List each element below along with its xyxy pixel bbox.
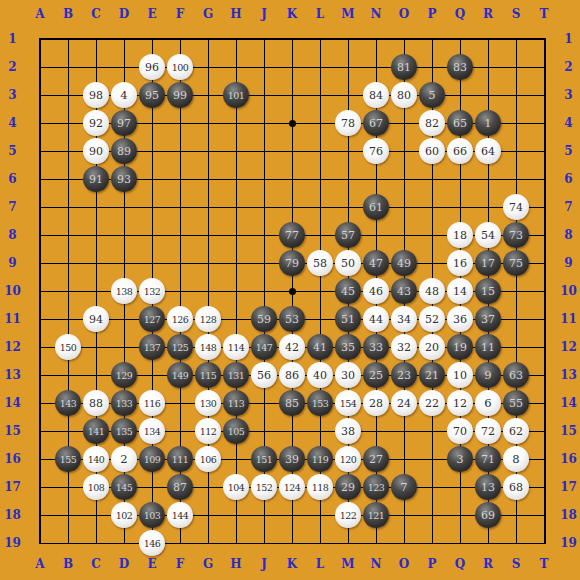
intersection-J6[interactable] [250, 165, 278, 193]
intersection-E15[interactable]: 134 [138, 417, 166, 445]
intersection-B16[interactable]: 155 [54, 445, 82, 473]
intersection-A12[interactable] [26, 333, 54, 361]
intersection-P13[interactable]: 21 [418, 361, 446, 389]
intersection-K16[interactable]: 39 [278, 445, 306, 473]
intersection-Q4[interactable]: 65 [446, 109, 474, 137]
intersection-P14[interactable]: 22 [418, 389, 446, 417]
intersection-D2[interactable] [110, 53, 138, 81]
intersection-D18[interactable]: 102 [110, 501, 138, 529]
intersection-A19[interactable] [26, 529, 54, 557]
intersection-O1[interactable] [390, 25, 418, 53]
intersection-C4[interactable]: 92 [82, 109, 110, 137]
intersection-C11[interactable]: 94 [82, 305, 110, 333]
intersection-B15[interactable] [54, 417, 82, 445]
intersection-R11[interactable]: 37 [474, 305, 502, 333]
intersection-R5[interactable]: 64 [474, 137, 502, 165]
intersection-D11[interactable] [110, 305, 138, 333]
intersection-G2[interactable] [194, 53, 222, 81]
intersection-J1[interactable] [250, 25, 278, 53]
intersection-P6[interactable] [418, 165, 446, 193]
intersection-G19[interactable] [194, 529, 222, 557]
intersection-T18[interactable] [530, 501, 558, 529]
intersection-J8[interactable] [250, 221, 278, 249]
intersection-C9[interactable] [82, 249, 110, 277]
intersection-P4[interactable]: 82 [418, 109, 446, 137]
intersection-J12[interactable]: 147 [250, 333, 278, 361]
intersection-A18[interactable] [26, 501, 54, 529]
intersection-K13[interactable]: 86 [278, 361, 306, 389]
intersection-Q13[interactable]: 10 [446, 361, 474, 389]
intersection-B19[interactable] [54, 529, 82, 557]
intersection-K4[interactable] [278, 109, 306, 137]
intersection-T13[interactable] [530, 361, 558, 389]
intersection-L6[interactable] [306, 165, 334, 193]
intersection-L19[interactable] [306, 529, 334, 557]
intersection-L11[interactable] [306, 305, 334, 333]
intersection-M13[interactable]: 30 [334, 361, 362, 389]
intersection-R9[interactable]: 17 [474, 249, 502, 277]
intersection-C10[interactable] [82, 277, 110, 305]
intersection-Q11[interactable]: 36 [446, 305, 474, 333]
intersection-F2[interactable]: 100 [166, 53, 194, 81]
intersection-G16[interactable]: 106 [194, 445, 222, 473]
intersection-M18[interactable]: 122 [334, 501, 362, 529]
intersection-T7[interactable] [530, 193, 558, 221]
intersection-T8[interactable] [530, 221, 558, 249]
intersection-H5[interactable] [222, 137, 250, 165]
intersection-K18[interactable] [278, 501, 306, 529]
intersection-M17[interactable]: 29 [334, 473, 362, 501]
intersection-T10[interactable] [530, 277, 558, 305]
intersection-M19[interactable] [334, 529, 362, 557]
intersection-R14[interactable]: 6 [474, 389, 502, 417]
intersection-F9[interactable] [166, 249, 194, 277]
intersection-N19[interactable] [362, 529, 390, 557]
intersection-M8[interactable]: 57 [334, 221, 362, 249]
intersection-L15[interactable] [306, 417, 334, 445]
intersection-R18[interactable]: 69 [474, 501, 502, 529]
intersection-J7[interactable] [250, 193, 278, 221]
intersection-G1[interactable] [194, 25, 222, 53]
intersection-S18[interactable] [502, 501, 530, 529]
intersection-O11[interactable]: 34 [390, 305, 418, 333]
intersection-D17[interactable]: 145 [110, 473, 138, 501]
intersection-E17[interactable] [138, 473, 166, 501]
intersection-H11[interactable] [222, 305, 250, 333]
intersection-K10[interactable] [278, 277, 306, 305]
intersection-D7[interactable] [110, 193, 138, 221]
intersection-L3[interactable] [306, 81, 334, 109]
intersection-M5[interactable] [334, 137, 362, 165]
intersection-P17[interactable] [418, 473, 446, 501]
intersection-A17[interactable] [26, 473, 54, 501]
intersection-C15[interactable]: 141 [82, 417, 110, 445]
intersection-C6[interactable]: 91 [82, 165, 110, 193]
intersection-C1[interactable] [82, 25, 110, 53]
intersection-N9[interactable]: 47 [362, 249, 390, 277]
intersection-L12[interactable]: 41 [306, 333, 334, 361]
intersection-G18[interactable] [194, 501, 222, 529]
intersection-Q12[interactable]: 19 [446, 333, 474, 361]
intersection-S16[interactable]: 8 [502, 445, 530, 473]
intersection-H2[interactable] [222, 53, 250, 81]
intersection-H10[interactable] [222, 277, 250, 305]
intersection-O5[interactable] [390, 137, 418, 165]
intersection-K6[interactable] [278, 165, 306, 193]
intersection-J13[interactable]: 56 [250, 361, 278, 389]
intersection-L10[interactable] [306, 277, 334, 305]
intersection-B10[interactable] [54, 277, 82, 305]
intersection-S12[interactable] [502, 333, 530, 361]
intersection-A9[interactable] [26, 249, 54, 277]
intersection-Q19[interactable] [446, 529, 474, 557]
intersection-J4[interactable] [250, 109, 278, 137]
intersection-O10[interactable]: 43 [390, 277, 418, 305]
intersection-T15[interactable] [530, 417, 558, 445]
intersection-C5[interactable]: 90 [82, 137, 110, 165]
intersection-A8[interactable] [26, 221, 54, 249]
intersection-F12[interactable]: 125 [166, 333, 194, 361]
intersection-H15[interactable]: 105 [222, 417, 250, 445]
intersection-L9[interactable]: 58 [306, 249, 334, 277]
intersection-R19[interactable] [474, 529, 502, 557]
intersection-M9[interactable]: 50 [334, 249, 362, 277]
intersection-C8[interactable] [82, 221, 110, 249]
intersection-A7[interactable] [26, 193, 54, 221]
intersection-L16[interactable]: 119 [306, 445, 334, 473]
intersection-N11[interactable]: 44 [362, 305, 390, 333]
intersection-H14[interactable]: 113 [222, 389, 250, 417]
intersection-G14[interactable]: 130 [194, 389, 222, 417]
intersection-K3[interactable] [278, 81, 306, 109]
intersection-T12[interactable] [530, 333, 558, 361]
intersection-F1[interactable] [166, 25, 194, 53]
intersection-C14[interactable]: 88 [82, 389, 110, 417]
intersection-J5[interactable] [250, 137, 278, 165]
intersection-H16[interactable] [222, 445, 250, 473]
intersection-S6[interactable] [502, 165, 530, 193]
intersection-N12[interactable]: 33 [362, 333, 390, 361]
intersection-D13[interactable]: 129 [110, 361, 138, 389]
intersection-A13[interactable] [26, 361, 54, 389]
intersection-S3[interactable] [502, 81, 530, 109]
intersection-B14[interactable]: 143 [54, 389, 82, 417]
intersection-K15[interactable] [278, 417, 306, 445]
intersection-B12[interactable]: 150 [54, 333, 82, 361]
intersection-A16[interactable] [26, 445, 54, 473]
intersection-N2[interactable] [362, 53, 390, 81]
intersection-E5[interactable] [138, 137, 166, 165]
intersection-R3[interactable] [474, 81, 502, 109]
intersection-P16[interactable] [418, 445, 446, 473]
intersection-N3[interactable]: 84 [362, 81, 390, 109]
intersection-P10[interactable]: 48 [418, 277, 446, 305]
intersection-H18[interactable] [222, 501, 250, 529]
intersection-G7[interactable] [194, 193, 222, 221]
intersection-T4[interactable] [530, 109, 558, 137]
intersection-E16[interactable]: 109 [138, 445, 166, 473]
intersection-E1[interactable] [138, 25, 166, 53]
intersection-K5[interactable] [278, 137, 306, 165]
intersection-C3[interactable]: 98 [82, 81, 110, 109]
intersection-S10[interactable] [502, 277, 530, 305]
intersection-O3[interactable]: 80 [390, 81, 418, 109]
intersection-T1[interactable] [530, 25, 558, 53]
intersection-L2[interactable] [306, 53, 334, 81]
intersection-P7[interactable] [418, 193, 446, 221]
intersection-B1[interactable] [54, 25, 82, 53]
intersection-S7[interactable]: 74 [502, 193, 530, 221]
intersection-B5[interactable] [54, 137, 82, 165]
intersection-K9[interactable]: 79 [278, 249, 306, 277]
intersection-E7[interactable] [138, 193, 166, 221]
intersection-L5[interactable] [306, 137, 334, 165]
intersection-M7[interactable] [334, 193, 362, 221]
intersection-P15[interactable] [418, 417, 446, 445]
intersection-Q15[interactable]: 70 [446, 417, 474, 445]
intersection-P12[interactable]: 20 [418, 333, 446, 361]
intersection-G8[interactable] [194, 221, 222, 249]
intersection-R7[interactable] [474, 193, 502, 221]
intersection-S19[interactable] [502, 529, 530, 557]
intersection-Q6[interactable] [446, 165, 474, 193]
intersection-P18[interactable] [418, 501, 446, 529]
intersection-N7[interactable]: 61 [362, 193, 390, 221]
intersection-M12[interactable]: 35 [334, 333, 362, 361]
intersection-E8[interactable] [138, 221, 166, 249]
intersection-L14[interactable]: 153 [306, 389, 334, 417]
intersection-J14[interactable] [250, 389, 278, 417]
intersection-A10[interactable] [26, 277, 54, 305]
intersection-H4[interactable] [222, 109, 250, 137]
intersection-B11[interactable] [54, 305, 82, 333]
intersection-D1[interactable] [110, 25, 138, 53]
intersection-F8[interactable] [166, 221, 194, 249]
intersection-D19[interactable] [110, 529, 138, 557]
intersection-R10[interactable]: 15 [474, 277, 502, 305]
intersection-M6[interactable] [334, 165, 362, 193]
intersection-N10[interactable]: 46 [362, 277, 390, 305]
intersection-C2[interactable] [82, 53, 110, 81]
intersection-H17[interactable]: 104 [222, 473, 250, 501]
intersection-D14[interactable]: 133 [110, 389, 138, 417]
intersection-R4[interactable]: 1 [474, 109, 502, 137]
intersection-T14[interactable] [530, 389, 558, 417]
intersection-O15[interactable] [390, 417, 418, 445]
intersection-D4[interactable]: 97 [110, 109, 138, 137]
intersection-R13[interactable]: 9 [474, 361, 502, 389]
intersection-O16[interactable] [390, 445, 418, 473]
intersection-A5[interactable] [26, 137, 54, 165]
intersection-Q5[interactable]: 66 [446, 137, 474, 165]
intersection-T6[interactable] [530, 165, 558, 193]
intersection-M1[interactable] [334, 25, 362, 53]
intersection-S2[interactable] [502, 53, 530, 81]
intersection-O19[interactable] [390, 529, 418, 557]
intersection-J11[interactable]: 59 [250, 305, 278, 333]
intersection-C13[interactable] [82, 361, 110, 389]
intersection-K17[interactable]: 124 [278, 473, 306, 501]
intersection-F15[interactable] [166, 417, 194, 445]
intersection-E11[interactable]: 127 [138, 305, 166, 333]
intersection-F11[interactable]: 126 [166, 305, 194, 333]
intersection-O2[interactable]: 81 [390, 53, 418, 81]
intersection-F16[interactable]: 111 [166, 445, 194, 473]
intersection-B9[interactable] [54, 249, 82, 277]
intersection-L8[interactable] [306, 221, 334, 249]
intersection-N16[interactable]: 27 [362, 445, 390, 473]
intersection-F13[interactable]: 149 [166, 361, 194, 389]
intersection-J3[interactable] [250, 81, 278, 109]
intersection-B13[interactable] [54, 361, 82, 389]
intersection-Q9[interactable]: 16 [446, 249, 474, 277]
intersection-P11[interactable]: 52 [418, 305, 446, 333]
intersection-P2[interactable] [418, 53, 446, 81]
intersection-G6[interactable] [194, 165, 222, 193]
intersection-J19[interactable] [250, 529, 278, 557]
intersection-F18[interactable]: 144 [166, 501, 194, 529]
intersection-H8[interactable] [222, 221, 250, 249]
intersection-D3[interactable]: 4 [110, 81, 138, 109]
intersection-L4[interactable] [306, 109, 334, 137]
intersection-K11[interactable]: 53 [278, 305, 306, 333]
intersection-H1[interactable] [222, 25, 250, 53]
intersection-H9[interactable] [222, 249, 250, 277]
intersection-A15[interactable] [26, 417, 54, 445]
intersection-N14[interactable]: 28 [362, 389, 390, 417]
intersection-E4[interactable] [138, 109, 166, 137]
intersection-R1[interactable] [474, 25, 502, 53]
intersection-M10[interactable]: 45 [334, 277, 362, 305]
intersection-M3[interactable] [334, 81, 362, 109]
intersection-F5[interactable] [166, 137, 194, 165]
intersection-C7[interactable] [82, 193, 110, 221]
intersection-R17[interactable]: 13 [474, 473, 502, 501]
intersection-S4[interactable] [502, 109, 530, 137]
intersection-C17[interactable]: 108 [82, 473, 110, 501]
intersection-B17[interactable] [54, 473, 82, 501]
intersection-M15[interactable]: 38 [334, 417, 362, 445]
intersection-E13[interactable] [138, 361, 166, 389]
intersection-O17[interactable]: 7 [390, 473, 418, 501]
intersection-H3[interactable]: 101 [222, 81, 250, 109]
intersection-L1[interactable] [306, 25, 334, 53]
intersection-D9[interactable] [110, 249, 138, 277]
intersection-L17[interactable]: 118 [306, 473, 334, 501]
intersection-J2[interactable] [250, 53, 278, 81]
intersection-O7[interactable] [390, 193, 418, 221]
intersection-L7[interactable] [306, 193, 334, 221]
intersection-T2[interactable] [530, 53, 558, 81]
intersection-G17[interactable] [194, 473, 222, 501]
intersection-J10[interactable] [250, 277, 278, 305]
intersection-E12[interactable]: 137 [138, 333, 166, 361]
intersection-T3[interactable] [530, 81, 558, 109]
intersection-N13[interactable]: 25 [362, 361, 390, 389]
intersection-T5[interactable] [530, 137, 558, 165]
intersection-F14[interactable] [166, 389, 194, 417]
intersection-C18[interactable] [82, 501, 110, 529]
intersection-C19[interactable] [82, 529, 110, 557]
intersection-J9[interactable] [250, 249, 278, 277]
intersection-A11[interactable] [26, 305, 54, 333]
intersection-A6[interactable] [26, 165, 54, 193]
intersection-O14[interactable]: 24 [390, 389, 418, 417]
intersection-O18[interactable] [390, 501, 418, 529]
intersection-E10[interactable]: 132 [138, 277, 166, 305]
intersection-K2[interactable] [278, 53, 306, 81]
intersection-S1[interactable] [502, 25, 530, 53]
intersection-C12[interactable] [82, 333, 110, 361]
intersection-R2[interactable] [474, 53, 502, 81]
intersection-D12[interactable] [110, 333, 138, 361]
intersection-P5[interactable]: 60 [418, 137, 446, 165]
intersection-N1[interactable] [362, 25, 390, 53]
intersection-R8[interactable]: 54 [474, 221, 502, 249]
intersection-R16[interactable]: 71 [474, 445, 502, 473]
intersection-P3[interactable]: 5 [418, 81, 446, 109]
intersection-N4[interactable]: 67 [362, 109, 390, 137]
intersection-M2[interactable] [334, 53, 362, 81]
intersection-A14[interactable] [26, 389, 54, 417]
intersection-E6[interactable] [138, 165, 166, 193]
intersection-R6[interactable] [474, 165, 502, 193]
intersection-Q2[interactable]: 83 [446, 53, 474, 81]
intersection-M11[interactable]: 51 [334, 305, 362, 333]
intersection-A3[interactable] [26, 81, 54, 109]
intersection-D10[interactable]: 138 [110, 277, 138, 305]
intersection-J15[interactable] [250, 417, 278, 445]
intersection-S5[interactable] [502, 137, 530, 165]
intersection-L13[interactable]: 40 [306, 361, 334, 389]
intersection-R15[interactable]: 72 [474, 417, 502, 445]
intersection-F7[interactable] [166, 193, 194, 221]
intersection-M4[interactable]: 78 [334, 109, 362, 137]
intersection-G15[interactable]: 112 [194, 417, 222, 445]
intersection-K14[interactable]: 85 [278, 389, 306, 417]
intersection-G4[interactable] [194, 109, 222, 137]
intersection-G9[interactable] [194, 249, 222, 277]
intersection-J18[interactable] [250, 501, 278, 529]
intersection-K19[interactable] [278, 529, 306, 557]
intersection-E9[interactable] [138, 249, 166, 277]
intersection-A1[interactable] [26, 25, 54, 53]
intersection-B6[interactable] [54, 165, 82, 193]
intersection-D15[interactable]: 135 [110, 417, 138, 445]
intersection-F3[interactable]: 99 [166, 81, 194, 109]
intersection-F6[interactable] [166, 165, 194, 193]
intersection-R12[interactable]: 11 [474, 333, 502, 361]
intersection-O8[interactable] [390, 221, 418, 249]
intersection-E19[interactable]: 146 [138, 529, 166, 557]
intersection-K8[interactable]: 77 [278, 221, 306, 249]
intersection-P1[interactable] [418, 25, 446, 53]
intersection-H13[interactable]: 131 [222, 361, 250, 389]
intersection-E2[interactable]: 96 [138, 53, 166, 81]
intersection-B2[interactable] [54, 53, 82, 81]
intersection-L18[interactable] [306, 501, 334, 529]
intersection-F19[interactable] [166, 529, 194, 557]
intersection-G11[interactable]: 128 [194, 305, 222, 333]
intersection-D16[interactable]: 2 [110, 445, 138, 473]
intersection-Q14[interactable]: 12 [446, 389, 474, 417]
intersection-N5[interactable]: 76 [362, 137, 390, 165]
intersection-J16[interactable]: 151 [250, 445, 278, 473]
intersection-Q16[interactable]: 3 [446, 445, 474, 473]
intersection-B7[interactable] [54, 193, 82, 221]
intersection-Q1[interactable] [446, 25, 474, 53]
intersection-O9[interactable]: 49 [390, 249, 418, 277]
